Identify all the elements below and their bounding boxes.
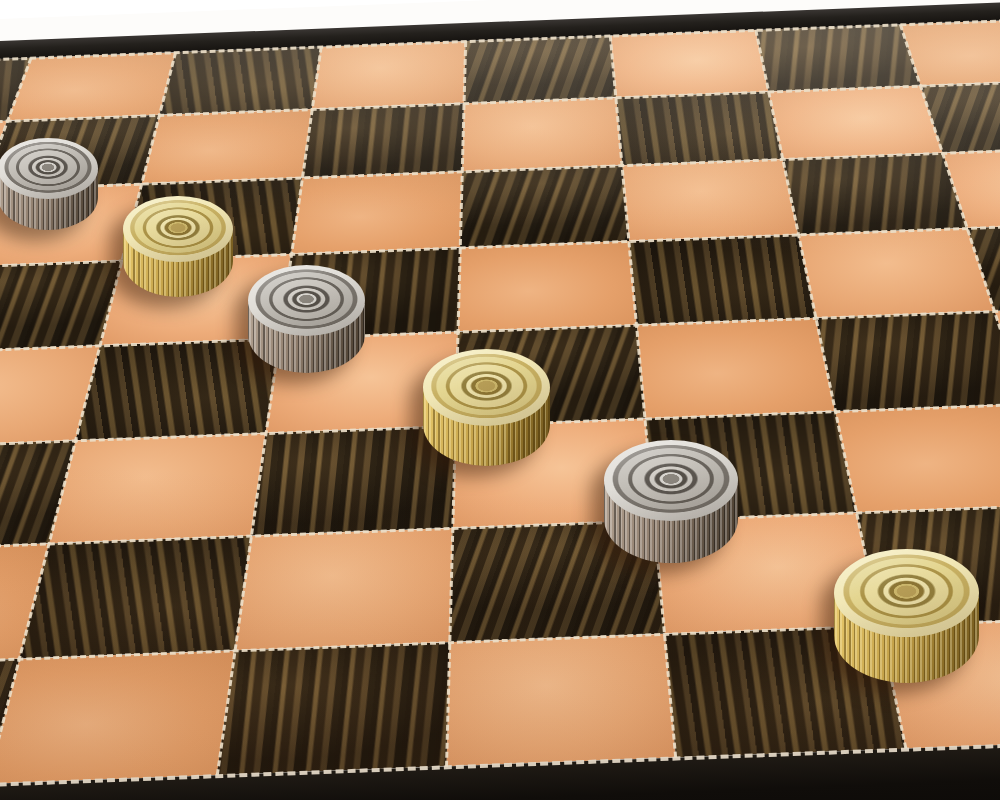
board-square[interactable] <box>288 171 465 254</box>
board-square[interactable] <box>616 91 782 165</box>
checker-piece-gold-6[interactable] <box>834 549 979 682</box>
piece-ringed-face <box>123 196 233 263</box>
board-square[interactable] <box>637 317 835 418</box>
checker-piece-silver-1[interactable] <box>0 138 98 230</box>
board-square[interactable] <box>629 234 815 325</box>
board-square[interactable] <box>309 41 468 109</box>
board-photo <box>0 0 1000 800</box>
board-square[interactable] <box>611 30 769 98</box>
board-square[interactable] <box>15 536 255 659</box>
piece-ringed-face <box>423 349 550 426</box>
board-square[interactable] <box>299 103 466 177</box>
board-square[interactable] <box>798 227 994 318</box>
board-square[interactable] <box>460 97 623 171</box>
board-square[interactable] <box>442 634 676 767</box>
board-square[interactable] <box>462 35 617 103</box>
checker-piece-silver-5[interactable] <box>604 440 738 563</box>
piece-ringed-face <box>834 549 979 637</box>
board-square[interactable] <box>45 433 269 543</box>
board-square[interactable] <box>157 47 323 115</box>
board-square[interactable] <box>0 650 239 784</box>
piece-ringed-face <box>604 440 738 521</box>
board-square[interactable] <box>230 528 457 650</box>
board-square[interactable] <box>457 165 629 247</box>
board-square[interactable] <box>768 85 942 160</box>
board-square[interactable] <box>783 152 968 235</box>
board-square[interactable] <box>5 52 178 121</box>
board-square[interactable] <box>139 109 314 184</box>
checker-piece-gold-4[interactable] <box>423 349 550 466</box>
board-square[interactable] <box>835 403 1000 513</box>
board-square[interactable] <box>622 158 798 241</box>
board-square[interactable] <box>816 310 1000 412</box>
board-square[interactable] <box>212 642 454 775</box>
checker-piece-gold-2[interactable] <box>123 196 233 297</box>
checker-piece-silver-3[interactable] <box>248 265 365 373</box>
piece-ringed-face <box>248 265 365 336</box>
board-square[interactable] <box>756 24 921 92</box>
piece-ringed-face <box>0 138 98 199</box>
board-square[interactable] <box>455 241 637 332</box>
